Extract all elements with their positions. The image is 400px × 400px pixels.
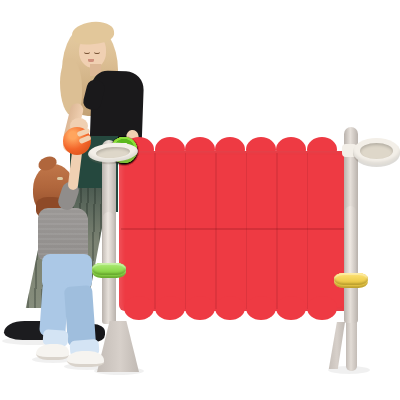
child-hair-clip xyxy=(57,177,63,180)
child-shirt xyxy=(38,208,88,260)
woman-eye xyxy=(84,50,90,54)
basketball-hoop-left xyxy=(87,141,138,163)
child-sneaker xyxy=(67,351,104,367)
woman-mouth xyxy=(88,59,94,62)
connect-four-board xyxy=(119,137,352,322)
basketball-hoop-right xyxy=(353,138,400,165)
right-leg-foot xyxy=(346,322,357,371)
yellow-ring[interactable] xyxy=(334,273,368,285)
left-leg-post-cap xyxy=(103,212,114,270)
right-leg-post-cap xyxy=(345,206,356,280)
green-ring[interactable] xyxy=(92,263,126,275)
board-grid xyxy=(124,150,337,311)
right-leg-foot xyxy=(327,322,345,369)
child-sneaker xyxy=(36,344,69,360)
hoop-opening xyxy=(360,143,393,159)
product-photo-scene xyxy=(0,0,400,400)
woman-eye xyxy=(94,50,100,54)
child-jeans-leg xyxy=(64,285,96,347)
